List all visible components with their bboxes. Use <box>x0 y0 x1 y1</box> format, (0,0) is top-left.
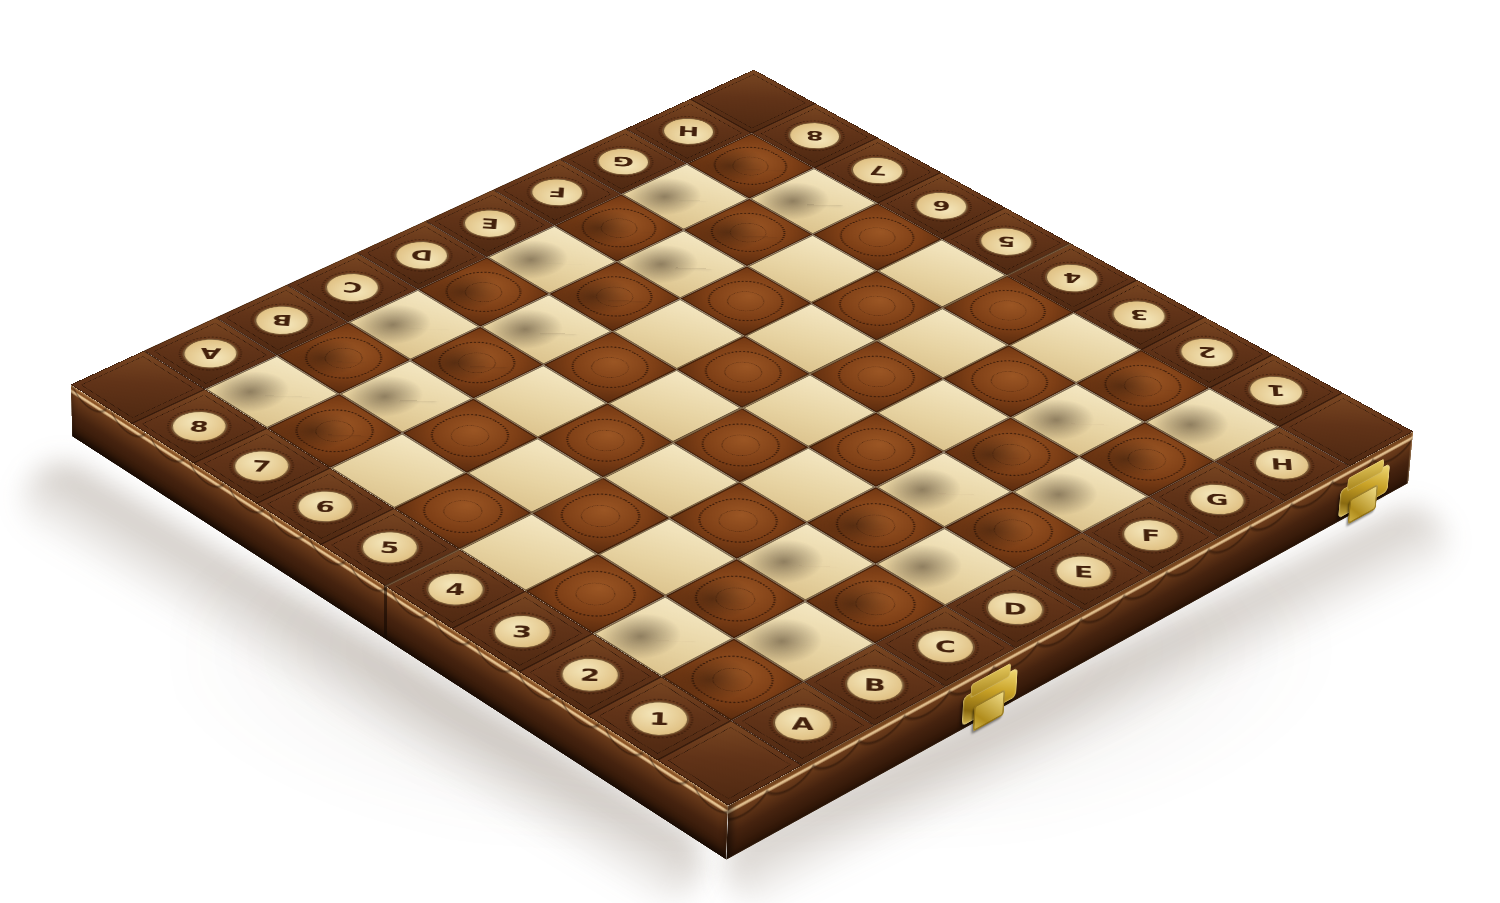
coordinate-label-E-near: E <box>1054 554 1113 589</box>
coordinate-label-G-near: G <box>1188 482 1247 516</box>
white-rook-icon: ♜ <box>653 484 804 693</box>
chess-board: 87654321H♜♟♟♜HG♞♟♟♞GF♝♟♟♝FE♛♟♟♛ED♚♟♟♚DC♝… <box>71 70 1414 806</box>
brass-latch-near-h1 <box>1338 463 1390 519</box>
coordinate-label-C-near: C <box>916 628 975 664</box>
coordinate-label-8-near: 8 <box>169 410 230 443</box>
coordinate-label-D-near: D <box>986 591 1045 626</box>
camera-roll-wrapper: 87654321H♜♟♟♜HG♞♟♟♞GF♝♟♟♝FE♛♟♟♛ED♚♟♟♚DC♝… <box>0 0 1500 903</box>
coordinate-label-B-near: B <box>845 666 905 702</box>
coordinate-label-A-near: A <box>772 705 833 742</box>
coordinate-label-6-far: 6 <box>915 191 969 221</box>
coordinate-label-7-near: 7 <box>231 449 292 482</box>
coordinate-label-3-near: 3 <box>491 613 552 649</box>
product-photo-scene: 87654321H♜♟♟♜HG♞♟♟♞GF♝♟♟♝FE♛♟♟♛ED♚♟♟♚DC♝… <box>0 0 1500 903</box>
coordinate-label-5-near: 5 <box>359 530 420 564</box>
brass-latch-near-a1 <box>962 667 1018 726</box>
square-a7: ♟ <box>267 394 402 468</box>
coordinate-label-6-near: 6 <box>295 489 356 523</box>
black-pawn-icon: ♟ <box>274 286 387 443</box>
coordinate-label-F-near: F <box>1121 518 1180 552</box>
coordinate-label-1-near: 1 <box>628 700 690 737</box>
coordinate-label-H-near: H <box>1253 447 1312 480</box>
coordinate-label-2-near: 2 <box>559 656 621 692</box>
fold-seam-side <box>384 585 387 640</box>
coordinate-label-4-near: 4 <box>425 571 486 606</box>
